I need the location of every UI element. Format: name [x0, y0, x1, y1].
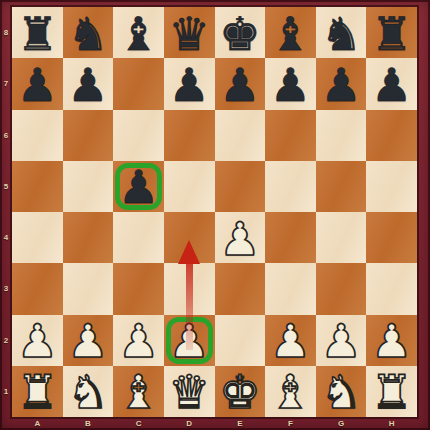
square-e3[interactable] [215, 263, 266, 314]
rank-label-8: 8 [0, 7, 12, 58]
black-pawn-e7[interactable]: ♟ [219, 62, 260, 108]
square-b3[interactable] [63, 263, 114, 314]
black-bishop-c8[interactable]: ♝ [118, 11, 159, 57]
black-rook-h8[interactable]: ♜ [371, 11, 412, 57]
square-d3[interactable] [164, 263, 215, 314]
black-pawn-c5[interactable]: ♟ [118, 164, 159, 210]
black-queen-d8[interactable]: ♛ [169, 11, 210, 57]
white-king-e1[interactable]: ♚ [219, 369, 260, 415]
square-f8[interactable]: ♝ [265, 7, 316, 58]
square-h6[interactable] [366, 110, 417, 161]
white-bishop-f1[interactable]: ♝ [270, 369, 311, 415]
square-e6[interactable] [215, 110, 266, 161]
black-rook-a8[interactable]: ♜ [17, 11, 58, 57]
square-c4[interactable] [113, 212, 164, 263]
black-pawn-b7[interactable]: ♟ [67, 62, 108, 108]
white-pawn-e4[interactable]: ♟ [219, 216, 260, 262]
square-d5[interactable] [164, 161, 215, 212]
rank-label-6: 6 [0, 110, 12, 161]
square-c8[interactable]: ♝ [113, 7, 164, 58]
black-pawn-f7[interactable]: ♟ [270, 62, 311, 108]
square-g6[interactable] [316, 110, 367, 161]
square-d8[interactable]: ♛ [164, 7, 215, 58]
square-f3[interactable] [265, 263, 316, 314]
square-g4[interactable] [316, 212, 367, 263]
rank-label-7: 7 [0, 58, 12, 109]
square-a7[interactable]: ♟ [12, 58, 63, 109]
square-a4[interactable] [12, 212, 63, 263]
square-b1[interactable]: ♞ [63, 366, 114, 417]
square-b6[interactable] [63, 110, 114, 161]
black-pawn-g7[interactable]: ♟ [320, 62, 361, 108]
square-a3[interactable] [12, 263, 63, 314]
square-f5[interactable] [265, 161, 316, 212]
white-rook-a1[interactable]: ♜ [17, 369, 58, 415]
file-label-a: A [12, 417, 63, 430]
square-e8[interactable]: ♚ [215, 7, 266, 58]
rank-label-1: 1 [0, 366, 12, 417]
square-f6[interactable] [265, 110, 316, 161]
white-pawn-d2[interactable]: ♟ [169, 318, 210, 364]
square-a1[interactable]: ♜ [12, 366, 63, 417]
square-d4[interactable] [164, 212, 215, 263]
square-b2[interactable]: ♟ [63, 315, 114, 366]
square-e4[interactable]: ♟ [215, 212, 266, 263]
square-c1[interactable]: ♝ [113, 366, 164, 417]
square-d2[interactable]: ♟ [164, 315, 215, 366]
square-b7[interactable]: ♟ [63, 58, 114, 109]
board: ♜♞♝♛♚♝♞♜♟♟♟♟♟♟♟♟♟♟♟♟♟♟♟♟♜♞♝♛♚♝♞♜ [12, 7, 417, 417]
board-wrap: ♜♞♝♛♚♝♞♜♟♟♟♟♟♟♟♟♟♟♟♟♟♟♟♟♜♞♝♛♚♝♞♜ [12, 7, 417, 417]
black-knight-g8[interactable]: ♞ [320, 11, 361, 57]
white-knight-b1[interactable]: ♞ [67, 369, 108, 415]
rank-label-4: 4 [0, 212, 12, 263]
square-f1[interactable]: ♝ [265, 366, 316, 417]
square-f7[interactable]: ♟ [265, 58, 316, 109]
white-pawn-c2[interactable]: ♟ [118, 318, 159, 364]
black-king-e8[interactable]: ♚ [219, 11, 260, 57]
square-c2[interactable]: ♟ [113, 315, 164, 366]
square-h1[interactable]: ♜ [366, 366, 417, 417]
black-pawn-a7[interactable]: ♟ [17, 62, 58, 108]
black-bishop-f8[interactable]: ♝ [270, 11, 311, 57]
white-knight-g1[interactable]: ♞ [320, 369, 361, 415]
rank-label-5: 5 [0, 161, 12, 212]
white-rook-h1[interactable]: ♜ [371, 369, 412, 415]
file-label-b: B [63, 417, 114, 430]
square-g1[interactable]: ♞ [316, 366, 367, 417]
black-pawn-h7[interactable]: ♟ [371, 62, 412, 108]
square-g8[interactable]: ♞ [316, 7, 367, 58]
square-g3[interactable] [316, 263, 367, 314]
square-c5[interactable]: ♟ [113, 161, 164, 212]
square-h8[interactable]: ♜ [366, 7, 417, 58]
file-label-d: D [164, 417, 215, 430]
rank-label-3: 3 [0, 263, 12, 314]
chess-board-frame: 87654321 ABCDEFGH ♜♞♝♛♚♝♞♜♟♟♟♟♟♟♟♟♟♟♟♟♟♟… [0, 0, 430, 430]
white-pawn-b2[interactable]: ♟ [67, 318, 108, 364]
rank-labels: 87654321 [0, 7, 12, 417]
file-label-g: G [316, 417, 367, 430]
square-g2[interactable]: ♟ [316, 315, 367, 366]
square-d1[interactable]: ♛ [164, 366, 215, 417]
white-bishop-c1[interactable]: ♝ [118, 369, 159, 415]
square-h5[interactable] [366, 161, 417, 212]
square-e2[interactable] [215, 315, 266, 366]
white-queen-d1[interactable]: ♛ [169, 369, 210, 415]
square-f4[interactable] [265, 212, 316, 263]
square-c7[interactable] [113, 58, 164, 109]
file-label-f: F [265, 417, 316, 430]
square-e1[interactable]: ♚ [215, 366, 266, 417]
white-pawn-g2[interactable]: ♟ [320, 318, 361, 364]
square-e5[interactable] [215, 161, 266, 212]
square-a8[interactable]: ♜ [12, 7, 63, 58]
file-label-c: C [113, 417, 164, 430]
square-a2[interactable]: ♟ [12, 315, 63, 366]
square-f2[interactable]: ♟ [265, 315, 316, 366]
square-g5[interactable] [316, 161, 367, 212]
file-label-h: H [366, 417, 417, 430]
square-d7[interactable]: ♟ [164, 58, 215, 109]
square-b8[interactable]: ♞ [63, 7, 114, 58]
white-pawn-a2[interactable]: ♟ [17, 318, 58, 364]
square-b5[interactable] [63, 161, 114, 212]
square-h3[interactable] [366, 263, 417, 314]
square-a6[interactable] [12, 110, 63, 161]
square-b4[interactable] [63, 212, 114, 263]
square-c3[interactable] [113, 263, 164, 314]
square-h7[interactable]: ♟ [366, 58, 417, 109]
square-h4[interactable] [366, 212, 417, 263]
black-pawn-d7[interactable]: ♟ [169, 62, 210, 108]
black-knight-b8[interactable]: ♞ [67, 11, 108, 57]
square-g7[interactable]: ♟ [316, 58, 367, 109]
square-e7[interactable]: ♟ [215, 58, 266, 109]
square-c6[interactable] [113, 110, 164, 161]
square-h2[interactable]: ♟ [366, 315, 417, 366]
square-d6[interactable] [164, 110, 215, 161]
square-a5[interactable] [12, 161, 63, 212]
file-label-e: E [215, 417, 266, 430]
white-pawn-h2[interactable]: ♟ [371, 318, 412, 364]
rank-label-2: 2 [0, 315, 12, 366]
white-pawn-f2[interactable]: ♟ [270, 318, 311, 364]
file-labels: ABCDEFGH [12, 417, 417, 430]
